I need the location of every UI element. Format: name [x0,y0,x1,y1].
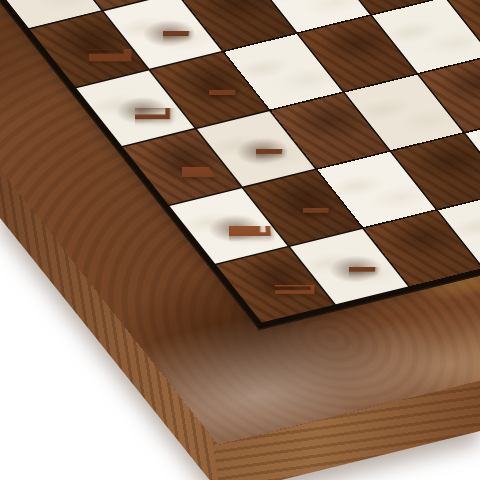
product-photo-scene: Corner view of a glossy walnut-burl ches… [0,0,480,480]
square-a1: ♜ [216,247,334,322]
